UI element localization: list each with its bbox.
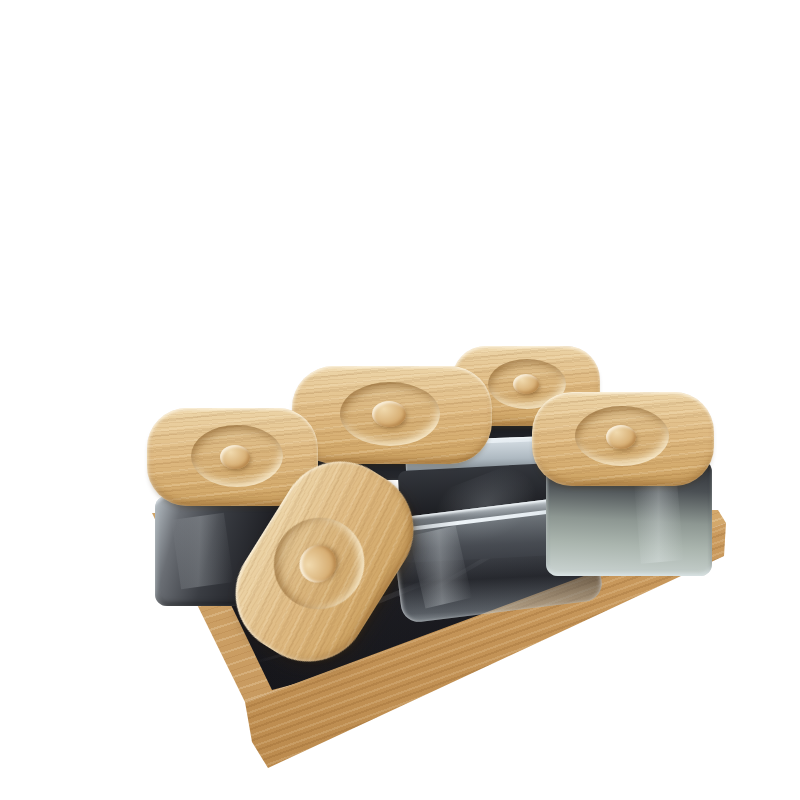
product-photo-bamboo-storage-set: bambum [0, 0, 800, 800]
lid-knob [606, 425, 636, 449]
lid-back-center [292, 366, 492, 464]
lid-knob [513, 374, 539, 394]
lid-right [532, 392, 714, 486]
lid-knob [372, 401, 406, 427]
lid-knob [220, 445, 250, 469]
